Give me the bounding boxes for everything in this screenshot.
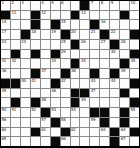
white-cell[interactable]: 36 xyxy=(1,69,10,78)
clue-number: 50 xyxy=(2,108,7,112)
black-cell xyxy=(120,108,129,117)
white-cell[interactable]: 8 xyxy=(100,1,109,10)
black-cell xyxy=(1,11,10,20)
black-cell xyxy=(61,128,70,137)
clue-number: 17 xyxy=(2,30,7,34)
black-cell xyxy=(71,98,80,107)
white-cell[interactable] xyxy=(21,98,30,107)
white-cell[interactable]: 7 xyxy=(90,1,99,10)
clue-number: 20 xyxy=(71,30,76,34)
clue-number: 25 xyxy=(61,40,66,44)
white-cell[interactable]: 45 xyxy=(1,89,10,98)
black-cell xyxy=(31,98,40,107)
clue-number: 40 xyxy=(21,79,26,83)
white-cell[interactable]: 66 xyxy=(61,137,70,146)
white-cell[interactable]: 52 xyxy=(31,108,40,117)
clue-number: 34 xyxy=(81,59,86,63)
white-cell[interactable] xyxy=(110,108,119,117)
white-cell[interactable] xyxy=(41,79,50,88)
white-cell[interactable]: 26 xyxy=(80,40,89,49)
clue-number: 46 xyxy=(51,89,56,93)
white-cell[interactable]: 31 xyxy=(1,59,10,68)
white-cell[interactable] xyxy=(21,50,30,59)
white-cell[interactable] xyxy=(100,11,109,20)
white-cell[interactable] xyxy=(120,79,129,88)
crossword-grid: 1234567891011121314151617181920212223242… xyxy=(0,0,140,148)
white-cell[interactable] xyxy=(110,89,119,98)
clue-number: 63 xyxy=(101,128,106,132)
white-cell[interactable] xyxy=(11,128,20,137)
white-cell[interactable]: 49 xyxy=(80,98,89,107)
white-cell[interactable] xyxy=(51,40,60,49)
white-cell[interactable] xyxy=(31,137,40,146)
clue-number: 54 xyxy=(71,108,76,112)
white-cell[interactable]: 24 xyxy=(21,40,30,49)
white-cell[interactable]: 2 xyxy=(11,1,20,10)
white-cell[interactable]: 13 xyxy=(80,11,89,20)
white-cell[interactable]: 41 xyxy=(31,79,40,88)
white-cell[interactable]: 35 xyxy=(130,59,139,68)
clue-number: 29 xyxy=(61,50,66,54)
black-cell xyxy=(130,128,139,137)
clue-number: 8 xyxy=(101,1,103,5)
clue-number: 52 xyxy=(31,108,36,112)
white-cell[interactable] xyxy=(61,59,70,68)
white-cell[interactable] xyxy=(80,108,89,117)
white-cell[interactable] xyxy=(41,89,50,98)
clue-number: 42 xyxy=(61,79,66,83)
white-cell[interactable]: 3 xyxy=(21,1,30,10)
black-cell xyxy=(61,30,70,39)
clue-number: 45 xyxy=(2,89,7,93)
white-cell[interactable] xyxy=(51,11,60,20)
clue-number: 47 xyxy=(91,89,96,93)
white-cell[interactable]: 6 xyxy=(61,1,70,10)
white-cell[interactable] xyxy=(61,98,70,107)
white-cell[interactable]: 42 xyxy=(61,79,70,88)
white-cell[interactable]: 34 xyxy=(80,59,89,68)
clue-number: 14 xyxy=(2,20,7,24)
white-cell[interactable] xyxy=(11,89,20,98)
white-cell[interactable] xyxy=(100,89,109,98)
white-cell[interactable]: 57 xyxy=(41,118,50,127)
white-cell[interactable] xyxy=(110,20,119,29)
white-cell[interactable] xyxy=(41,137,50,146)
white-cell[interactable]: 46 xyxy=(51,89,60,98)
white-cell[interactable]: 23 xyxy=(1,40,10,49)
white-cell[interactable] xyxy=(51,69,60,78)
black-cell xyxy=(90,20,99,29)
white-cell[interactable] xyxy=(110,11,119,20)
clue-number: 26 xyxy=(81,40,86,44)
clue-number: 56 xyxy=(2,118,7,122)
clue-number: 22 xyxy=(111,30,116,34)
white-cell[interactable]: 43 xyxy=(90,79,99,88)
clue-number: 1 xyxy=(2,1,4,5)
white-cell[interactable]: 1 xyxy=(1,1,10,10)
white-cell[interactable]: 55 xyxy=(130,108,139,117)
black-cell xyxy=(31,128,40,137)
clue-number: 43 xyxy=(91,79,96,83)
white-cell[interactable] xyxy=(120,50,129,59)
clue-number: 12 xyxy=(41,11,46,15)
clue-number: 6 xyxy=(61,1,63,5)
white-cell[interactable] xyxy=(90,137,99,146)
black-cell xyxy=(130,98,139,107)
black-cell xyxy=(31,20,40,29)
white-cell[interactable] xyxy=(21,137,30,146)
white-cell[interactable]: 4 xyxy=(41,1,50,10)
white-cell[interactable] xyxy=(90,98,99,107)
white-cell[interactable] xyxy=(31,59,40,68)
clue-number: 18 xyxy=(31,30,36,34)
clue-number: 49 xyxy=(81,98,86,102)
black-cell xyxy=(120,59,129,68)
white-cell[interactable] xyxy=(1,98,10,107)
white-cell[interactable]: 62 xyxy=(71,128,80,137)
white-cell[interactable] xyxy=(80,69,89,78)
clue-number: 58 xyxy=(61,118,66,122)
white-cell[interactable] xyxy=(120,98,129,107)
black-cell xyxy=(80,1,89,10)
clue-number: 48 xyxy=(41,98,46,102)
black-cell xyxy=(90,108,99,117)
white-cell[interactable]: 18 xyxy=(31,30,40,39)
white-cell[interactable]: 53 xyxy=(51,108,60,117)
white-cell[interactable] xyxy=(21,118,30,127)
clue-number: 3 xyxy=(21,1,23,5)
clue-number: 5 xyxy=(51,1,53,5)
white-cell[interactable]: 15 xyxy=(61,20,70,29)
white-cell[interactable]: 10 xyxy=(130,1,139,10)
white-cell[interactable] xyxy=(31,1,40,10)
white-cell[interactable] xyxy=(130,40,139,49)
white-cell[interactable] xyxy=(130,69,139,78)
white-cell[interactable]: 59 xyxy=(90,118,99,127)
white-cell[interactable] xyxy=(130,11,139,20)
white-cell[interactable] xyxy=(71,79,80,88)
white-cell[interactable] xyxy=(41,50,50,59)
black-cell xyxy=(71,89,80,98)
white-cell[interactable] xyxy=(11,118,20,127)
white-cell[interactable] xyxy=(90,11,99,20)
black-cell xyxy=(71,40,80,49)
white-cell[interactable]: 51 xyxy=(11,108,20,117)
clue-number: 19 xyxy=(51,30,56,34)
white-cell[interactable] xyxy=(11,20,20,29)
black-cell xyxy=(120,11,129,20)
white-cell[interactable]: 14 xyxy=(1,20,10,29)
clue-number: 66 xyxy=(61,137,66,141)
clue-number: 36 xyxy=(2,69,7,73)
white-cell[interactable] xyxy=(51,128,60,137)
clue-number: 60 xyxy=(2,128,7,132)
black-cell xyxy=(61,69,70,78)
white-cell[interactable]: 37 xyxy=(41,69,50,78)
white-cell[interactable]: 30 xyxy=(110,50,119,59)
clue-number: 23 xyxy=(2,40,7,44)
clue-number: 41 xyxy=(31,79,36,83)
white-cell[interactable] xyxy=(100,69,109,78)
white-cell[interactable]: 64 xyxy=(120,128,129,137)
white-cell[interactable] xyxy=(41,40,50,49)
white-cell[interactable] xyxy=(100,79,109,88)
white-cell[interactable] xyxy=(110,98,119,107)
black-cell xyxy=(80,89,89,98)
clue-number: 44 xyxy=(111,79,116,83)
black-cell xyxy=(51,20,60,29)
black-cell xyxy=(11,50,20,59)
white-cell[interactable] xyxy=(71,20,80,29)
black-cell xyxy=(90,69,99,78)
black-cell xyxy=(100,30,109,39)
white-cell[interactable]: 39 xyxy=(120,69,129,78)
white-cell[interactable]: 65 xyxy=(1,137,10,146)
black-cell xyxy=(51,79,60,88)
clue-number: 39 xyxy=(121,69,126,73)
white-cell[interactable]: 47 xyxy=(90,89,99,98)
white-cell[interactable]: 11 xyxy=(11,11,20,20)
white-cell[interactable]: 38 xyxy=(71,69,80,78)
white-cell[interactable] xyxy=(31,40,40,49)
white-cell[interactable] xyxy=(41,20,50,29)
black-cell xyxy=(71,11,80,20)
clue-number: 16 xyxy=(101,20,106,24)
white-cell[interactable] xyxy=(80,20,89,29)
clue-number: 9 xyxy=(111,1,113,5)
clue-number: 7 xyxy=(91,1,93,5)
white-cell[interactable] xyxy=(100,59,109,68)
clue-number: 55 xyxy=(131,108,136,112)
white-cell[interactable]: 16 xyxy=(100,20,109,29)
white-cell[interactable] xyxy=(90,50,99,59)
white-cell[interactable] xyxy=(80,118,89,127)
white-cell[interactable]: 32 xyxy=(11,59,20,68)
white-cell[interactable] xyxy=(11,40,20,49)
white-cell[interactable]: 22 xyxy=(110,30,119,39)
black-cell xyxy=(120,118,129,127)
clue-number: 32 xyxy=(11,59,16,63)
clue-number: 65 xyxy=(2,137,7,141)
white-cell[interactable] xyxy=(21,11,30,20)
white-cell[interactable] xyxy=(130,89,139,98)
white-cell[interactable]: 58 xyxy=(61,118,70,127)
white-cell[interactable] xyxy=(21,89,30,98)
clue-number: 31 xyxy=(2,59,7,63)
white-cell[interactable]: 33 xyxy=(51,59,60,68)
white-cell[interactable]: 56 xyxy=(1,118,10,127)
clue-number: 51 xyxy=(11,108,16,112)
white-cell[interactable] xyxy=(11,30,20,39)
white-cell[interactable] xyxy=(90,40,99,49)
clue-number: 2 xyxy=(11,1,13,5)
white-cell[interactable]: 19 xyxy=(51,30,60,39)
white-cell[interactable] xyxy=(21,20,30,29)
black-cell xyxy=(51,137,60,146)
clue-number: 62 xyxy=(71,128,76,132)
white-cell[interactable] xyxy=(110,59,119,68)
white-cell[interactable] xyxy=(61,11,70,20)
white-cell[interactable] xyxy=(21,69,30,78)
white-cell[interactable] xyxy=(71,137,80,146)
clue-number: 33 xyxy=(51,59,56,63)
white-cell[interactable] xyxy=(80,79,89,88)
white-cell[interactable] xyxy=(61,89,70,98)
clue-number: 59 xyxy=(91,118,96,122)
clue-number: 35 xyxy=(131,59,136,63)
black-cell xyxy=(130,50,139,59)
white-cell[interactable] xyxy=(90,59,99,68)
clue-number: 64 xyxy=(121,128,126,132)
clue-number: 57 xyxy=(41,118,46,122)
clue-number: 15 xyxy=(61,20,66,24)
white-cell[interactable] xyxy=(120,1,129,10)
white-cell[interactable]: 12 xyxy=(41,11,50,20)
black-cell xyxy=(130,79,139,88)
clue-number: 24 xyxy=(21,40,26,44)
black-cell xyxy=(71,59,80,68)
white-cell[interactable] xyxy=(130,118,139,127)
white-cell[interactable]: 9 xyxy=(110,1,119,10)
clue-number: 38 xyxy=(71,69,76,73)
white-cell[interactable] xyxy=(71,50,80,59)
white-cell[interactable] xyxy=(11,69,20,78)
white-cell[interactable]: 50 xyxy=(1,108,10,117)
black-cell xyxy=(31,69,40,78)
white-cell[interactable]: 17 xyxy=(1,30,10,39)
white-cell[interactable] xyxy=(51,98,60,107)
black-cell xyxy=(120,89,129,98)
black-cell xyxy=(11,98,20,107)
white-cell[interactable] xyxy=(11,137,20,146)
white-cell[interactable] xyxy=(100,50,109,59)
black-cell xyxy=(130,30,139,39)
white-cell[interactable] xyxy=(130,137,139,146)
white-cell[interactable]: 5 xyxy=(51,1,60,10)
white-cell[interactable]: 67 xyxy=(120,137,129,146)
white-cell[interactable] xyxy=(80,128,89,137)
white-cell[interactable] xyxy=(41,30,50,39)
white-cell[interactable]: 29 xyxy=(61,50,70,59)
white-cell[interactable] xyxy=(130,20,139,29)
white-cell[interactable] xyxy=(120,30,129,39)
clue-number: 21 xyxy=(91,30,96,34)
white-cell[interactable] xyxy=(31,118,40,127)
white-cell[interactable] xyxy=(80,30,89,39)
white-cell[interactable]: 25 xyxy=(61,40,70,49)
white-cell[interactable]: 20 xyxy=(71,30,80,39)
black-cell xyxy=(21,30,30,39)
clue-number: 28 xyxy=(121,40,126,44)
black-cell xyxy=(110,69,119,78)
black-cell xyxy=(1,79,10,88)
black-cell xyxy=(51,118,60,127)
black-cell xyxy=(110,137,119,146)
white-cell[interactable] xyxy=(31,89,40,98)
black-cell xyxy=(110,128,119,137)
black-cell xyxy=(11,79,20,88)
white-cell[interactable] xyxy=(110,118,119,127)
white-cell[interactable] xyxy=(41,59,50,68)
clue-number: 10 xyxy=(131,1,136,5)
white-cell[interactable] xyxy=(100,98,109,107)
clue-number: 4 xyxy=(41,1,43,5)
black-cell xyxy=(100,118,109,127)
clue-number: 13 xyxy=(81,11,86,15)
black-cell xyxy=(51,50,60,59)
white-cell[interactable]: 60 xyxy=(1,128,10,137)
white-cell[interactable]: 63 xyxy=(100,128,109,137)
clue-number: 27 xyxy=(101,40,106,44)
white-cell[interactable]: 61 xyxy=(41,128,50,137)
white-cell[interactable] xyxy=(80,50,89,59)
white-cell[interactable]: 28 xyxy=(120,40,129,49)
clue-number: 30 xyxy=(111,50,116,54)
black-cell xyxy=(31,11,40,20)
white-cell[interactable] xyxy=(1,50,10,59)
white-cell[interactable] xyxy=(21,128,30,137)
white-cell[interactable]: 27 xyxy=(100,40,109,49)
clue-number: 53 xyxy=(51,108,56,112)
white-cell[interactable] xyxy=(61,108,70,117)
white-cell[interactable] xyxy=(120,20,129,29)
white-cell[interactable] xyxy=(21,108,30,117)
black-cell xyxy=(110,40,119,49)
white-cell[interactable]: 54 xyxy=(71,108,80,117)
white-cell[interactable] xyxy=(71,1,80,10)
white-cell[interactable]: 40 xyxy=(21,79,30,88)
clue-number: 67 xyxy=(121,137,126,141)
white-cell[interactable]: 48 xyxy=(41,98,50,107)
white-cell[interactable]: 21 xyxy=(90,30,99,39)
black-cell xyxy=(100,108,109,117)
white-cell[interactable] xyxy=(71,118,80,127)
white-cell[interactable] xyxy=(80,137,89,146)
black-cell xyxy=(31,50,40,59)
white-cell[interactable]: 44 xyxy=(110,79,119,88)
clue-number: 37 xyxy=(41,69,46,73)
white-cell[interactable] xyxy=(21,59,30,68)
clue-number: 61 xyxy=(41,128,46,132)
clue-number: 11 xyxy=(11,11,16,15)
black-cell xyxy=(41,108,50,117)
white-cell[interactable] xyxy=(100,137,109,146)
white-cell[interactable] xyxy=(90,128,99,137)
